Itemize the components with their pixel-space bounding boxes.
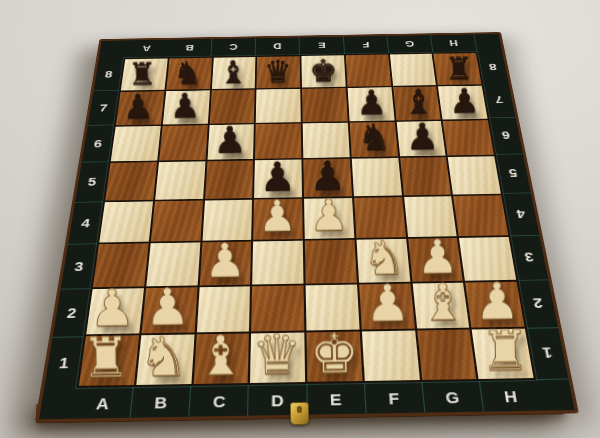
square-c5 bbox=[205, 161, 254, 199]
square-h4 bbox=[453, 195, 508, 236]
square-e8: ♚ bbox=[301, 55, 345, 87]
square-b1: ♞ bbox=[136, 335, 194, 385]
square-c1: ♝ bbox=[193, 334, 249, 384]
square-a1: ♜ bbox=[79, 336, 139, 386]
square-h7: ♟ bbox=[438, 85, 487, 119]
file-label-bottom-g: G bbox=[421, 381, 483, 413]
black-bishop-g7: ♝ bbox=[395, 85, 440, 120]
black-queen-d8: ♛ bbox=[256, 56, 300, 88]
white-bishop-g2: ♝ bbox=[416, 276, 470, 328]
board-tilt-wrapper: ABCDEFGH ABCDEFGH 87654321 87654321 ♜♞♝♛… bbox=[68, 0, 532, 427]
black-pawn-a7: ♟ bbox=[115, 90, 160, 125]
square-d3 bbox=[252, 240, 303, 284]
rank-label-right-4: 4 bbox=[503, 194, 539, 236]
black-bishop-c8: ♝ bbox=[211, 56, 255, 88]
black-rook-a8: ♜ bbox=[120, 58, 164, 90]
square-c3: ♟ bbox=[199, 241, 251, 285]
white-knight-b1: ♞ bbox=[135, 328, 191, 384]
file-label-bottom-c: C bbox=[188, 385, 248, 417]
square-h5 bbox=[448, 156, 501, 194]
white-queen-d1: ♛ bbox=[249, 326, 305, 382]
black-pawn-f7: ♟ bbox=[349, 86, 394, 121]
black-pawn-b7: ♟ bbox=[162, 89, 207, 124]
square-g5 bbox=[400, 157, 451, 195]
black-rook-h8: ♜ bbox=[437, 53, 481, 85]
board-grid: ♜♞♝♛♚♜♟♟♟♝♟♟♞♟♟♟♟♟♟♞♟♟♟♟♝♟♜♞♝♛♚♜ bbox=[76, 52, 536, 388]
photo-background: ABCDEFGH ABCDEFGH 87654321 87654321 ♜♞♝♛… bbox=[0, 0, 600, 438]
white-rook-a1: ♜ bbox=[78, 329, 134, 385]
square-h6 bbox=[443, 120, 494, 156]
square-g1 bbox=[417, 330, 477, 380]
white-rook-h1: ♜ bbox=[478, 322, 534, 378]
square-b4 bbox=[151, 201, 203, 242]
black-knight-f6: ♞ bbox=[351, 119, 398, 157]
square-b8: ♞ bbox=[166, 58, 211, 90]
square-h1: ♜ bbox=[472, 329, 534, 379]
black-pawn-g6: ♟ bbox=[399, 118, 446, 156]
square-g2: ♝ bbox=[412, 282, 469, 329]
rank-label-right-5: 5 bbox=[496, 154, 531, 194]
square-a6 bbox=[111, 126, 161, 162]
square-d7 bbox=[256, 89, 301, 123]
square-b7: ♟ bbox=[163, 90, 210, 124]
square-b6 bbox=[159, 125, 207, 161]
square-c8: ♝ bbox=[211, 57, 255, 89]
square-a8: ♜ bbox=[121, 58, 168, 90]
square-f2: ♟ bbox=[359, 283, 415, 330]
file-label-bottom-b: B bbox=[130, 386, 191, 418]
square-c6: ♟ bbox=[207, 124, 254, 160]
white-king-e1: ♚ bbox=[306, 325, 362, 381]
brass-latch-body bbox=[290, 402, 309, 425]
square-f5 bbox=[352, 158, 402, 196]
square-a4 bbox=[99, 201, 152, 242]
file-label-bottom-a: A bbox=[72, 387, 133, 419]
file-label-bottom-f: F bbox=[363, 382, 424, 414]
square-e7 bbox=[302, 88, 347, 122]
file-label-top-f: F bbox=[343, 36, 388, 54]
file-label-bottom-h: H bbox=[479, 380, 542, 412]
white-bishop-c1: ♝ bbox=[192, 327, 248, 383]
square-a7: ♟ bbox=[116, 91, 164, 125]
black-pawn-c6: ♟ bbox=[206, 122, 253, 160]
file-label-top-g: G bbox=[387, 35, 433, 53]
square-e4: ♟ bbox=[304, 198, 354, 239]
square-d8: ♛ bbox=[257, 56, 300, 88]
square-g8 bbox=[390, 54, 437, 86]
square-f8 bbox=[346, 55, 391, 87]
white-pawn-d4: ♟ bbox=[253, 194, 303, 238]
square-g6: ♟ bbox=[396, 121, 446, 157]
square-f1 bbox=[362, 331, 420, 381]
brass-latch-pin bbox=[297, 406, 302, 413]
square-d4: ♟ bbox=[253, 199, 302, 240]
square-f6: ♞ bbox=[349, 121, 397, 157]
square-e3 bbox=[305, 240, 357, 284]
white-pawn-c3: ♟ bbox=[199, 236, 251, 284]
white-pawn-f2: ♟ bbox=[361, 277, 415, 329]
square-e1: ♚ bbox=[307, 332, 363, 382]
black-knight-b8: ♞ bbox=[166, 57, 210, 89]
square-a5 bbox=[105, 162, 157, 200]
black-pawn-h7: ♟ bbox=[442, 84, 487, 119]
square-h8: ♜ bbox=[434, 53, 482, 85]
chess-board: ABCDEFGH ABCDEFGH 87654321 87654321 ♜♞♝♛… bbox=[35, 32, 579, 423]
black-king-e8: ♚ bbox=[301, 55, 345, 87]
square-b5 bbox=[155, 161, 205, 199]
square-d1: ♛ bbox=[250, 333, 305, 383]
brass-latch-icon bbox=[290, 402, 309, 425]
white-pawn-e4: ♟ bbox=[304, 194, 354, 238]
file-label-bottom-e: E bbox=[306, 383, 365, 415]
